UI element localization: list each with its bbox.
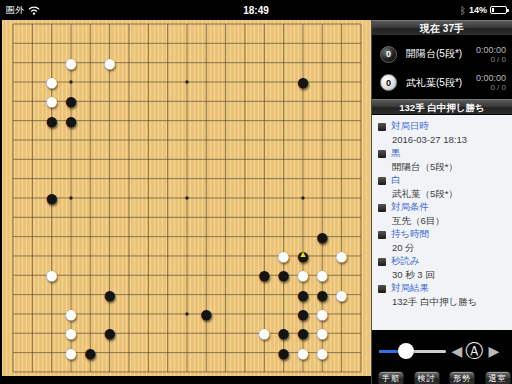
- slider-thumb[interactable]: [398, 343, 414, 359]
- white-clock-periods: 0 / 0: [476, 83, 506, 92]
- info-label: 持ち時間: [391, 228, 429, 241]
- white-stone-capture-icon: 0: [380, 74, 397, 91]
- player-row-black: 0 開陽台(5段*) 0:00:00 0 / 0: [376, 41, 508, 67]
- black-player-name: 開陽台(5段*): [406, 47, 476, 61]
- exit-button[interactable]: 退室: [485, 371, 511, 384]
- white-player-clock: 0:00:00 0 / 0: [476, 73, 506, 92]
- app-screen: 圏外 18:49 ᛒ 14% ●●●●●●●●●●●●●●●●●●●▲●●●●●…: [0, 0, 512, 384]
- black-player-clock: 0:00:00 0 / 0: [476, 45, 506, 64]
- info-bullet-icon: [378, 150, 386, 158]
- black-stone-capture-icon: 0: [380, 46, 397, 63]
- board-grid-lines: [2, 20, 371, 376]
- info-value: 武礼葉（5段*）: [378, 187, 512, 201]
- info-label: 対局結果: [391, 282, 429, 295]
- status-bar: 圏外 18:49 ᛒ 14%: [0, 0, 512, 20]
- info-value: 2016-03-27 18:13: [378, 133, 512, 147]
- info-label: 対局日時: [391, 120, 429, 133]
- info-bullet-icon: [378, 258, 386, 266]
- info-bullet-icon: [378, 285, 386, 293]
- battery-percent-label: 14%: [469, 5, 487, 15]
- bluetooth-icon: ᛒ: [460, 5, 466, 16]
- black-clock-periods: 0 / 0: [476, 55, 506, 64]
- go-board[interactable]: ●●●●●●●●●●●●●●●●●●●▲●●●●●●●●●●●●●●●●●●: [2, 20, 371, 376]
- previous-move-button[interactable]: ◀: [448, 338, 466, 364]
- info-label: 白: [391, 174, 401, 187]
- info-bullet-icon: [378, 231, 386, 239]
- next-move-button[interactable]: ▶: [485, 338, 503, 364]
- white-clock-time: 0:00:00: [476, 73, 506, 83]
- info-value: 132手 白中押し勝ち: [378, 295, 512, 309]
- autoplay-button[interactable]: Ⓐ: [465, 338, 483, 364]
- info-bullet-icon: [378, 204, 386, 212]
- info-label: 黒: [391, 147, 401, 160]
- info-label-row: 黒: [378, 147, 512, 160]
- move-slider[interactable]: [379, 343, 446, 359]
- battery-icon: [490, 6, 507, 14]
- review-button[interactable]: 検討: [414, 371, 440, 384]
- playback-controls: ◀ Ⓐ ▶ 手順検討形勢退室: [372, 330, 512, 384]
- black-clock-time: 0:00:00: [476, 45, 506, 55]
- info-value: 20 分: [378, 241, 512, 255]
- info-label-row: 対局結果: [378, 282, 512, 295]
- info-label: 対局条件: [391, 201, 429, 214]
- status-right: ᛒ 14%: [460, 0, 507, 20]
- result-header: 132手 白中押し勝ち: [372, 99, 512, 115]
- players-block: 0 開陽台(5段*) 0:00:00 0 / 0 0 武礼葉(5段*) 0:00…: [372, 36, 512, 99]
- info-label-row: 対局日時: [378, 120, 512, 133]
- white-player-name: 武礼葉(5段*): [406, 76, 476, 90]
- estimate-button[interactable]: 形勢: [449, 371, 475, 384]
- current-move-header: 現在 37手: [372, 20, 512, 36]
- info-label-row: 白: [378, 174, 512, 187]
- info-label-row: 持ち時間: [378, 228, 512, 241]
- moves-button[interactable]: 手順: [378, 371, 404, 384]
- info-value: 互先（6目）: [378, 214, 512, 228]
- info-value: 30 秒 3 回: [378, 268, 512, 282]
- action-button-row: 手順検討形勢退室: [378, 371, 511, 384]
- side-panel: 現在 37手 0 開陽台(5段*) 0:00:00 0 / 0 0 武礼葉(5段…: [371, 20, 512, 384]
- game-info-list: 対局日時2016-03-27 18:13黒開陽台（5段*）白武礼葉（5段*）対局…: [372, 115, 512, 330]
- info-bullet-icon: [378, 177, 386, 185]
- info-value: 開陽台（5段*）: [378, 160, 512, 174]
- info-label-row: 秒読み: [378, 255, 512, 268]
- player-row-white: 0 武礼葉(5段*) 0:00:00 0 / 0: [376, 70, 508, 96]
- info-label: 秒読み: [391, 255, 420, 268]
- info-bullet-icon: [378, 123, 386, 131]
- clock-time: 18:49: [0, 5, 512, 16]
- info-label-row: 対局条件: [378, 201, 512, 214]
